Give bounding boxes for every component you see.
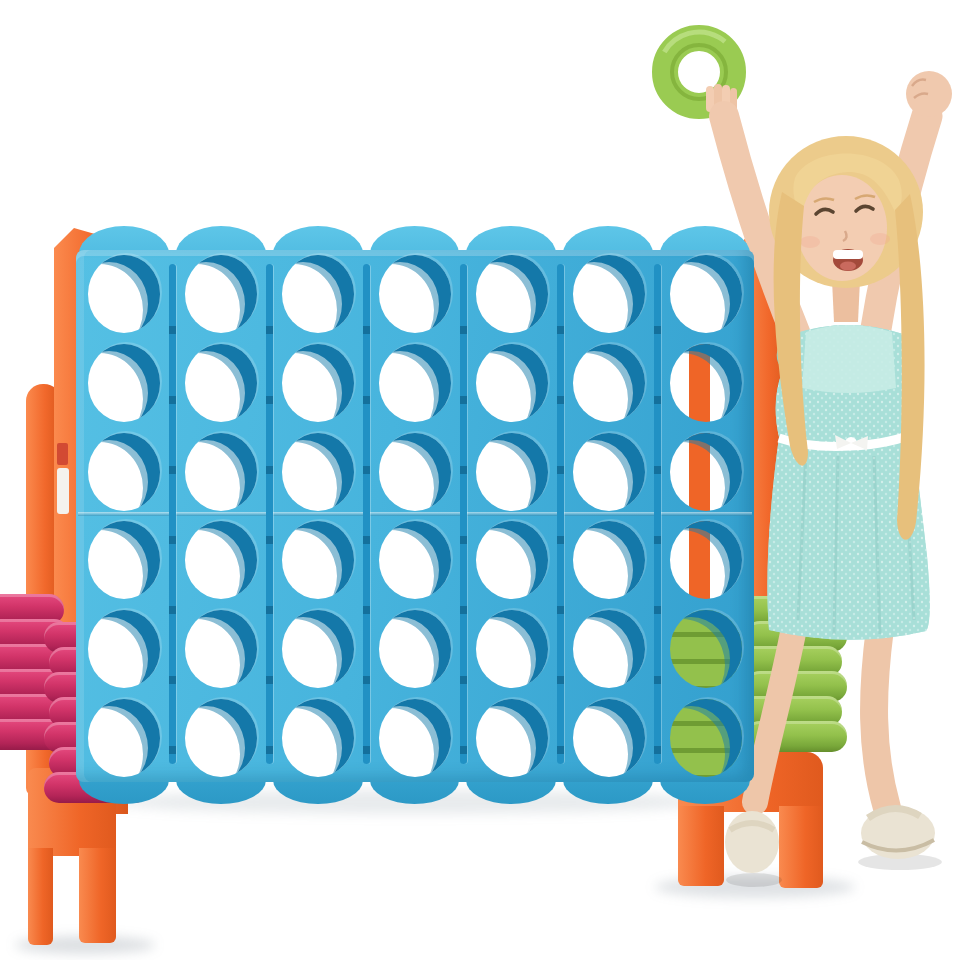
board-hole — [379, 433, 451, 511]
board-scallop-top — [370, 226, 460, 282]
board-cell — [270, 605, 367, 694]
board-cell — [270, 339, 367, 428]
board-hole — [379, 255, 451, 333]
board-cell — [463, 427, 560, 516]
child-left-leg — [755, 628, 794, 802]
column-divider-rail — [363, 264, 370, 764]
pink-ring-stack — [46, 622, 152, 803]
board-hole — [379, 521, 451, 599]
board-cell — [173, 250, 270, 339]
blush — [870, 233, 890, 245]
blush — [800, 236, 820, 248]
child-fist — [906, 71, 952, 117]
board-hole — [185, 610, 257, 688]
board-scallop-top — [466, 226, 556, 282]
board-cell — [463, 339, 560, 428]
board-hole — [185, 699, 257, 777]
board-cell — [173, 693, 270, 782]
board-cell — [173, 427, 270, 516]
left-post-latch — [57, 468, 69, 514]
board-hole — [282, 699, 354, 777]
board-cell — [270, 516, 367, 605]
board-hole — [185, 521, 257, 599]
child-right-sandal — [861, 807, 935, 859]
left-foot-leg — [79, 848, 116, 943]
product-photo-stage — [0, 0, 960, 960]
board-cell — [463, 516, 560, 605]
column-divider-rail — [460, 264, 467, 764]
board-cell — [367, 693, 464, 782]
board-hole — [282, 521, 354, 599]
board-hole — [185, 255, 257, 333]
board-cell — [367, 516, 464, 605]
column-divider-rail — [557, 264, 564, 764]
board-cell — [173, 605, 270, 694]
board-hole — [282, 433, 354, 511]
board-hole — [476, 255, 548, 333]
board-hole — [476, 610, 548, 688]
board-hole — [476, 344, 548, 422]
board-hole — [379, 699, 451, 777]
board-scallop-top — [273, 226, 363, 282]
board-hole — [476, 433, 548, 511]
left-post-latch-pin — [57, 443, 68, 465]
board-cell — [270, 693, 367, 782]
board-cell — [173, 339, 270, 428]
left-foot-leg — [28, 848, 53, 945]
board-hole — [282, 255, 354, 333]
board-cell — [367, 427, 464, 516]
board-cell — [367, 605, 464, 694]
board-hole — [379, 610, 451, 688]
child-mouth — [833, 249, 863, 271]
board-scallop-top — [176, 226, 266, 282]
board-hole — [476, 699, 548, 777]
column-divider-rail — [266, 264, 273, 764]
board-cell — [270, 250, 367, 339]
board-hole — [282, 344, 354, 422]
board-cell — [463, 250, 560, 339]
board-hole — [185, 344, 257, 422]
child-photo — [600, 0, 960, 960]
board-cell — [463, 693, 560, 782]
board-cell — [270, 427, 367, 516]
board-cell — [173, 516, 270, 605]
board-hole — [282, 610, 354, 688]
board-hole — [476, 521, 548, 599]
pink-ring — [44, 772, 150, 803]
board-hole — [185, 433, 257, 511]
child-left-sandal — [725, 811, 779, 873]
child-right-leg — [874, 628, 887, 808]
board-hole — [379, 344, 451, 422]
sandal-shadow — [726, 873, 782, 887]
board-cell — [367, 339, 464, 428]
column-divider-rail — [169, 264, 176, 764]
board-cell — [367, 250, 464, 339]
board-cell — [463, 605, 560, 694]
